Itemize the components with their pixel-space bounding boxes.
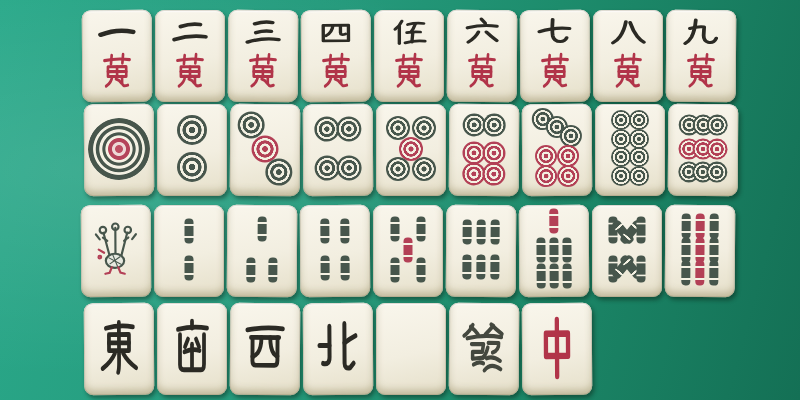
circle-pip bbox=[557, 165, 579, 187]
circle-pip bbox=[177, 115, 207, 145]
sparrow-icon bbox=[89, 213, 143, 285]
tile-bamboo-4[interactable] bbox=[300, 205, 371, 297]
tile-circle-4[interactable] bbox=[303, 104, 374, 196]
tile-circle-3[interactable] bbox=[230, 104, 301, 196]
bamboo-stick bbox=[477, 220, 486, 245]
tile-east-wind[interactable] bbox=[84, 303, 155, 395]
bamboo-stick bbox=[637, 217, 646, 244]
bamboo-stick bbox=[476, 254, 485, 279]
bamboo-stick bbox=[416, 217, 425, 242]
tile-bamboo-8[interactable] bbox=[592, 205, 662, 297]
circle-pip bbox=[535, 165, 557, 187]
wan-suit-glyph bbox=[317, 50, 355, 94]
character-numeral-glyph bbox=[96, 15, 138, 49]
bamboo-stick bbox=[637, 255, 646, 282]
bamboo-stick bbox=[462, 254, 471, 279]
tile-red-dragon[interactable] bbox=[522, 303, 593, 395]
wan-suit-glyph bbox=[682, 50, 720, 94]
bamboo-stick bbox=[258, 217, 267, 242]
circle-pip bbox=[482, 141, 505, 164]
bamboo-stick bbox=[562, 264, 571, 289]
bamboo-stick bbox=[695, 260, 704, 285]
tile-west-wind[interactable] bbox=[230, 303, 301, 395]
wan-suit-glyph bbox=[171, 50, 209, 94]
circle-pip bbox=[611, 147, 631, 167]
table-felt bbox=[0, 0, 800, 400]
tile-character-2[interactable] bbox=[155, 10, 225, 102]
tile-circle-9[interactable] bbox=[668, 104, 739, 196]
circle-pip bbox=[314, 117, 339, 142]
wan-suit-glyph bbox=[463, 50, 501, 94]
tile-circle-6[interactable] bbox=[449, 104, 520, 196]
bamboo-stick bbox=[681, 260, 690, 285]
circle-pip bbox=[482, 162, 505, 185]
tile-circle-8[interactable] bbox=[595, 104, 665, 196]
tile-south-wind[interactable] bbox=[157, 303, 227, 395]
character-numeral-glyph bbox=[169, 15, 211, 49]
bamboo-stick bbox=[246, 257, 255, 282]
circle-pip bbox=[629, 147, 649, 167]
tile-circle-7[interactable] bbox=[522, 104, 593, 196]
circle-pip bbox=[706, 138, 727, 159]
bamboo-stick bbox=[490, 254, 499, 279]
tile-bamboo-2[interactable] bbox=[154, 205, 224, 297]
row-winds-dragons bbox=[84, 303, 592, 395]
tile-character-3[interactable] bbox=[228, 10, 299, 102]
circle-pip bbox=[629, 166, 649, 186]
bamboo-stick bbox=[550, 264, 559, 289]
wan-suit-glyph bbox=[98, 50, 136, 94]
bamboo-stick bbox=[185, 256, 194, 281]
tile-circle-2[interactable] bbox=[157, 104, 227, 196]
bamboo-stick bbox=[709, 261, 718, 286]
bamboo-stick bbox=[682, 237, 691, 262]
wan-suit-glyph bbox=[536, 50, 574, 94]
bamboo-stick bbox=[562, 238, 571, 263]
character-numeral-glyph bbox=[607, 15, 649, 49]
circle-pip bbox=[611, 166, 631, 186]
row-bamboos bbox=[81, 205, 735, 297]
tile-circle-5[interactable] bbox=[376, 104, 446, 196]
bamboo-stick bbox=[320, 218, 329, 243]
character-numeral-glyph bbox=[534, 15, 576, 49]
bamboo-stick bbox=[416, 257, 425, 282]
bamboo-stick bbox=[709, 214, 718, 239]
tile-south-wind-glyph bbox=[167, 316, 217, 380]
circle-pip bbox=[706, 115, 727, 136]
bamboo-stick bbox=[320, 256, 329, 281]
circle-pip bbox=[557, 145, 579, 167]
bamboo-stick bbox=[696, 213, 705, 238]
bamboo-stick bbox=[549, 209, 558, 234]
tile-character-7[interactable] bbox=[520, 10, 591, 102]
tile-bamboo-9[interactable] bbox=[665, 205, 736, 297]
circle-pip bbox=[265, 158, 292, 185]
bamboo-stick bbox=[391, 257, 400, 282]
circle-pip bbox=[535, 145, 557, 167]
circle-pip bbox=[314, 155, 339, 180]
circle-pip bbox=[706, 162, 727, 183]
bamboo-stick bbox=[463, 220, 472, 245]
circle-pip bbox=[611, 110, 631, 130]
circle-pip bbox=[337, 116, 362, 141]
tile-character-1[interactable] bbox=[82, 10, 153, 102]
circle-pip bbox=[560, 124, 582, 146]
wan-suit-glyph bbox=[390, 50, 428, 94]
tile-east-wind-glyph bbox=[94, 315, 144, 379]
character-numeral-glyph bbox=[680, 15, 722, 49]
tile-bamboo-7[interactable] bbox=[519, 205, 590, 297]
tile-character-8[interactable] bbox=[593, 10, 663, 102]
bamboo-stick bbox=[404, 237, 413, 262]
bamboo-stick bbox=[682, 213, 691, 238]
row-circles bbox=[84, 104, 738, 196]
wan-suit-glyph bbox=[609, 50, 647, 94]
bamboo-stick bbox=[490, 220, 499, 245]
circle-pip bbox=[177, 152, 207, 182]
tile-green-dragon[interactable] bbox=[449, 303, 520, 395]
character-numeral-glyph bbox=[315, 15, 357, 49]
tile-white-dragon[interactable] bbox=[376, 303, 446, 395]
circle-pip bbox=[629, 110, 649, 130]
circle-pip bbox=[611, 129, 631, 149]
bamboo-stick bbox=[709, 237, 718, 262]
tile-bamboo-6[interactable] bbox=[446, 205, 517, 297]
tile-character-5[interactable] bbox=[374, 10, 444, 102]
circle-pip bbox=[88, 117, 150, 179]
tile-circle-1[interactable] bbox=[84, 104, 155, 196]
bamboo-stick bbox=[537, 238, 546, 263]
tile-west-wind-glyph bbox=[239, 316, 291, 378]
tile-red-dragon-glyph bbox=[533, 311, 581, 383]
circle-pip bbox=[412, 157, 436, 181]
bamboo-stick bbox=[695, 237, 704, 262]
bamboo-stick bbox=[340, 218, 349, 243]
tile-green-dragon-glyph bbox=[457, 315, 511, 379]
character-numeral-glyph bbox=[242, 15, 284, 49]
tile-character-9[interactable] bbox=[666, 10, 737, 102]
tile-north-wind-glyph bbox=[313, 315, 363, 379]
bamboo-stick bbox=[185, 218, 194, 243]
circle-pip bbox=[386, 157, 410, 181]
character-numeral-glyph bbox=[388, 15, 430, 49]
circle-pip bbox=[629, 129, 649, 149]
circle-pip bbox=[337, 155, 362, 180]
circle-pip bbox=[482, 113, 505, 136]
tile-north-wind[interactable] bbox=[303, 303, 374, 395]
character-numeral-glyph bbox=[461, 15, 503, 49]
tile-bamboo-3[interactable] bbox=[227, 205, 298, 297]
tile-character-4[interactable] bbox=[301, 10, 372, 102]
wan-suit-glyph bbox=[244, 50, 282, 94]
bamboo-stick bbox=[391, 217, 400, 242]
bamboo-stick bbox=[341, 256, 350, 281]
bamboo-stick bbox=[537, 264, 546, 289]
tile-bamboo-1[interactable] bbox=[81, 205, 152, 297]
row-characters bbox=[82, 10, 736, 102]
tile-character-6[interactable] bbox=[447, 10, 518, 102]
bamboo-stick bbox=[269, 257, 278, 282]
bamboo-stick bbox=[549, 238, 558, 263]
tile-bamboo-5[interactable] bbox=[373, 205, 443, 297]
